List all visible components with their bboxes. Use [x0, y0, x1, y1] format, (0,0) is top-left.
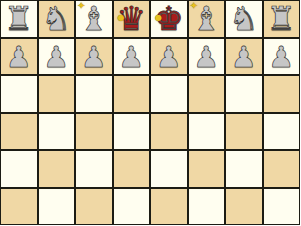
gold-star-icon: ✦ [77, 1, 85, 11]
square-a6[interactable] [0, 75, 38, 113]
square-e5[interactable] [150, 113, 188, 151]
square-b7[interactable]: ♟ [38, 38, 76, 76]
square-g5[interactable] [225, 113, 263, 151]
square-a3[interactable] [0, 188, 38, 226]
square-f8[interactable]: ♝✦ [188, 0, 226, 38]
square-d3[interactable] [113, 188, 151, 226]
square-e3[interactable] [150, 188, 188, 226]
square-d5[interactable] [113, 113, 151, 151]
square-a8[interactable]: ♜ [0, 0, 38, 38]
square-c3[interactable] [75, 188, 113, 226]
square-d8[interactable]: ♛● [113, 0, 151, 38]
piece-queen-d8[interactable]: ♛● [116, 1, 146, 37]
square-f6[interactable] [188, 75, 226, 113]
piece-pawn-g7[interactable]: ♟ [231, 41, 257, 74]
piece-rook-a8[interactable]: ♜ [4, 1, 34, 37]
square-b8[interactable]: ♞ [38, 0, 76, 38]
chess-board: ♜♞♝✦♛●♚●♝✦♞♜♟♟♟♟♟♟♟♟ [0, 0, 300, 225]
square-d6[interactable] [113, 75, 151, 113]
square-f7[interactable]: ♟ [188, 38, 226, 76]
square-g3[interactable] [225, 188, 263, 226]
square-f3[interactable] [188, 188, 226, 226]
square-d4[interactable] [113, 150, 151, 188]
piece-rook-h8[interactable]: ♜ [266, 1, 296, 37]
square-a5[interactable] [0, 113, 38, 151]
square-h5[interactable] [263, 113, 301, 151]
piece-pawn-h7[interactable]: ♟ [268, 41, 294, 74]
square-g6[interactable] [225, 75, 263, 113]
square-g4[interactable] [225, 150, 263, 188]
square-c7[interactable]: ♟ [75, 38, 113, 76]
square-g7[interactable]: ♟ [225, 38, 263, 76]
square-b3[interactable] [38, 188, 76, 226]
square-h3[interactable] [263, 188, 301, 226]
piece-pawn-a7[interactable]: ♟ [6, 41, 32, 74]
square-b6[interactable] [38, 75, 76, 113]
piece-pawn-c7[interactable]: ♟ [81, 41, 107, 74]
square-e8[interactable]: ♚● [150, 0, 188, 38]
piece-bishop-f8[interactable]: ♝✦ [191, 1, 221, 37]
square-c4[interactable] [75, 150, 113, 188]
square-h6[interactable] [263, 75, 301, 113]
square-d7[interactable]: ♟ [113, 38, 151, 76]
square-a7[interactable]: ♟ [0, 38, 38, 76]
piece-pawn-e7[interactable]: ♟ [156, 41, 182, 74]
square-c5[interactable] [75, 113, 113, 151]
square-b4[interactable] [38, 150, 76, 188]
piece-pawn-b7[interactable]: ♟ [43, 41, 69, 74]
square-f4[interactable] [188, 150, 226, 188]
square-e7[interactable]: ♟ [150, 38, 188, 76]
square-f5[interactable] [188, 113, 226, 151]
square-h8[interactable]: ♜ [263, 0, 301, 38]
square-h4[interactable] [263, 150, 301, 188]
square-e6[interactable] [150, 75, 188, 113]
piece-knight-b8[interactable]: ♞ [41, 1, 71, 37]
square-e4[interactable] [150, 150, 188, 188]
square-h7[interactable]: ♟ [263, 38, 301, 76]
piece-king-e8[interactable]: ♚● [154, 1, 184, 37]
square-b5[interactable] [38, 113, 76, 151]
square-c6[interactable] [75, 75, 113, 113]
gold-star-icon: ✦ [189, 1, 197, 11]
piece-pawn-f7[interactable]: ♟ [193, 41, 219, 74]
piece-bishop-c8[interactable]: ♝✦ [79, 1, 109, 37]
piece-pawn-d7[interactable]: ♟ [118, 41, 144, 74]
square-a4[interactable] [0, 150, 38, 188]
square-c8[interactable]: ♝✦ [75, 0, 113, 38]
piece-knight-g8[interactable]: ♞ [229, 1, 259, 37]
gold-orb-icon: ● [155, 14, 162, 22]
gold-orb-icon: ● [117, 14, 124, 22]
square-g8[interactable]: ♞ [225, 0, 263, 38]
